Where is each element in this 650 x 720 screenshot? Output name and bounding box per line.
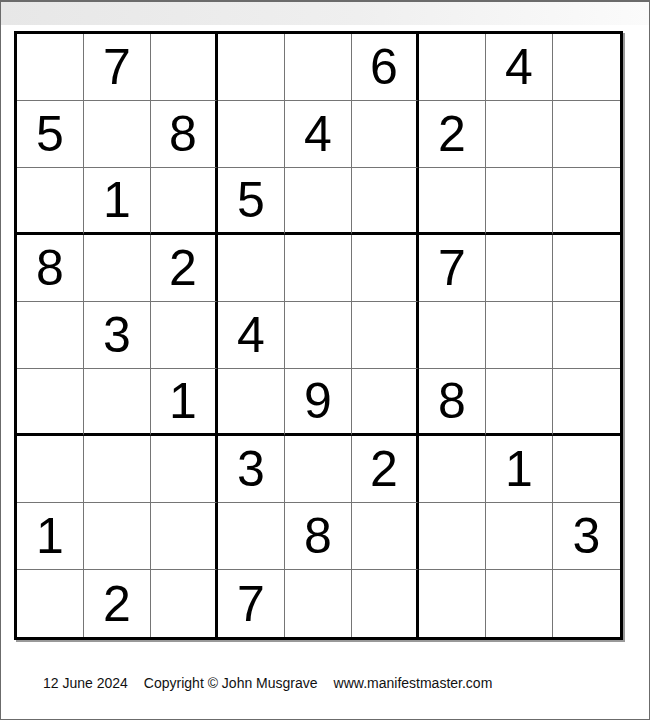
cell-r9c2[interactable]: 2 bbox=[84, 570, 151, 637]
cell-r3c6[interactable] bbox=[352, 168, 419, 235]
cell-r2c7[interactable]: 2 bbox=[419, 101, 486, 168]
cell-r9c4[interactable]: 7 bbox=[218, 570, 285, 637]
footer-date: 12 June 2024 bbox=[43, 675, 128, 691]
cell-r8c7[interactable] bbox=[419, 503, 486, 570]
cell-r2c5[interactable]: 4 bbox=[285, 101, 352, 168]
cell-r7c5[interactable] bbox=[285, 436, 352, 503]
sudoku-board[interactable]: 7645842158273419832118327 bbox=[14, 31, 623, 640]
cell-r8c6[interactable] bbox=[352, 503, 419, 570]
cell-r2c2[interactable] bbox=[84, 101, 151, 168]
cell-r8c8[interactable] bbox=[486, 503, 553, 570]
cell-r4c6[interactable] bbox=[352, 235, 419, 302]
cell-r6c4[interactable] bbox=[218, 369, 285, 436]
cell-r3c1[interactable] bbox=[17, 168, 84, 235]
cell-r1c7[interactable] bbox=[419, 34, 486, 101]
cell-r2c6[interactable] bbox=[352, 101, 419, 168]
cell-r8c1[interactable]: 1 bbox=[17, 503, 84, 570]
cell-r6c5[interactable]: 9 bbox=[285, 369, 352, 436]
cell-r1c8[interactable]: 4 bbox=[486, 34, 553, 101]
cell-r7c4[interactable]: 3 bbox=[218, 436, 285, 503]
footer-website: www.manifestmaster.com bbox=[334, 675, 493, 691]
cell-r8c9[interactable]: 3 bbox=[553, 503, 620, 570]
cell-r3c5[interactable] bbox=[285, 168, 352, 235]
cell-r9c9[interactable] bbox=[553, 570, 620, 637]
cell-r5c5[interactable] bbox=[285, 302, 352, 369]
cell-r6c1[interactable] bbox=[17, 369, 84, 436]
cell-r6c2[interactable] bbox=[84, 369, 151, 436]
cell-r8c3[interactable] bbox=[151, 503, 218, 570]
cell-r6c3[interactable]: 1 bbox=[151, 369, 218, 436]
cell-r4c9[interactable] bbox=[553, 235, 620, 302]
cell-r5c3[interactable] bbox=[151, 302, 218, 369]
cell-r8c4[interactable] bbox=[218, 503, 285, 570]
cell-r6c6[interactable] bbox=[352, 369, 419, 436]
cell-r1c4[interactable] bbox=[218, 34, 285, 101]
cell-r8c2[interactable] bbox=[84, 503, 151, 570]
footer: 12 June 2024 Copyright © John Musgrave w… bbox=[43, 675, 492, 691]
cell-r7c2[interactable] bbox=[84, 436, 151, 503]
cell-r5c9[interactable] bbox=[553, 302, 620, 369]
cell-r4c3[interactable]: 2 bbox=[151, 235, 218, 302]
cell-r9c1[interactable] bbox=[17, 570, 84, 637]
cell-r3c8[interactable] bbox=[486, 168, 553, 235]
cell-r7c3[interactable] bbox=[151, 436, 218, 503]
cell-r3c3[interactable] bbox=[151, 168, 218, 235]
cell-r5c6[interactable] bbox=[352, 302, 419, 369]
cell-r4c5[interactable] bbox=[285, 235, 352, 302]
cell-r7c7[interactable] bbox=[419, 436, 486, 503]
cell-r6c9[interactable] bbox=[553, 369, 620, 436]
cell-r6c7[interactable]: 8 bbox=[419, 369, 486, 436]
cell-r3c7[interactable] bbox=[419, 168, 486, 235]
cell-r2c1[interactable]: 5 bbox=[17, 101, 84, 168]
cell-r8c5[interactable]: 8 bbox=[285, 503, 352, 570]
cell-r1c1[interactable] bbox=[17, 34, 84, 101]
cell-r7c1[interactable] bbox=[17, 436, 84, 503]
footer-copyright: Copyright © John Musgrave bbox=[144, 675, 318, 691]
cell-r7c8[interactable]: 1 bbox=[486, 436, 553, 503]
cell-r4c7[interactable]: 7 bbox=[419, 235, 486, 302]
cell-r9c6[interactable] bbox=[352, 570, 419, 637]
cell-r4c1[interactable]: 8 bbox=[17, 235, 84, 302]
cell-r7c6[interactable]: 2 bbox=[352, 436, 419, 503]
cell-r9c8[interactable] bbox=[486, 570, 553, 637]
printable-sudoku-page: 7645842158273419832118327 12 June 2024 C… bbox=[0, 0, 650, 720]
cell-r2c9[interactable] bbox=[553, 101, 620, 168]
cell-r9c5[interactable] bbox=[285, 570, 352, 637]
cell-r5c1[interactable] bbox=[17, 302, 84, 369]
cell-r1c6[interactable]: 6 bbox=[352, 34, 419, 101]
cell-r1c9[interactable] bbox=[553, 34, 620, 101]
cell-r2c4[interactable] bbox=[218, 101, 285, 168]
cell-r3c4[interactable]: 5 bbox=[218, 168, 285, 235]
top-gradient-band bbox=[1, 2, 649, 25]
cell-r5c7[interactable] bbox=[419, 302, 486, 369]
cell-r4c8[interactable] bbox=[486, 235, 553, 302]
cell-r5c2[interactable]: 3 bbox=[84, 302, 151, 369]
cell-r1c5[interactable] bbox=[285, 34, 352, 101]
cell-r1c2[interactable]: 7 bbox=[84, 34, 151, 101]
cell-r5c8[interactable] bbox=[486, 302, 553, 369]
cell-r4c4[interactable] bbox=[218, 235, 285, 302]
cell-r4c2[interactable] bbox=[84, 235, 151, 302]
cell-r3c2[interactable]: 1 bbox=[84, 168, 151, 235]
cell-r2c8[interactable] bbox=[486, 101, 553, 168]
cell-r2c3[interactable]: 8 bbox=[151, 101, 218, 168]
cell-r9c3[interactable] bbox=[151, 570, 218, 637]
cell-r6c8[interactable] bbox=[486, 369, 553, 436]
cell-r7c9[interactable] bbox=[553, 436, 620, 503]
cell-r9c7[interactable] bbox=[419, 570, 486, 637]
cell-r1c3[interactable] bbox=[151, 34, 218, 101]
cell-r5c4[interactable]: 4 bbox=[218, 302, 285, 369]
cell-r3c9[interactable] bbox=[553, 168, 620, 235]
